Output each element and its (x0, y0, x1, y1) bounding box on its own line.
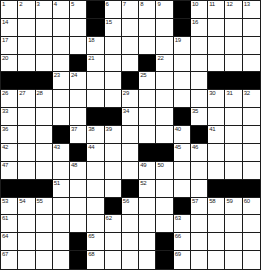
cell-2-1[interactable] (18, 37, 35, 55)
black-cell-11-10 (174, 198, 191, 216)
clue-number-44: 44 (88, 144, 94, 151)
clue-number-67: 67 (2, 251, 8, 258)
cell-7-2[interactable] (36, 126, 53, 144)
cell-12-11[interactable] (191, 215, 208, 233)
black-cell-6-10 (174, 108, 191, 126)
cell-11-1[interactable]: 54 (18, 198, 35, 216)
cell-11-12[interactable]: 58 (208, 198, 225, 216)
cell-14-12[interactable] (208, 251, 225, 269)
cell-6-14[interactable] (243, 108, 260, 126)
cell-6-7[interactable]: 34 (122, 108, 139, 126)
clue-number-3: 3 (37, 1, 40, 8)
clue-number-56: 56 (123, 198, 129, 205)
cell-4-3[interactable]: 23 (53, 72, 70, 90)
cell-11-2[interactable]: 55 (36, 198, 53, 216)
clue-number-27: 27 (19, 90, 25, 97)
cell-5-9[interactable] (156, 90, 173, 108)
cell-9-7[interactable] (122, 162, 139, 180)
clue-number-53: 53 (2, 198, 8, 205)
cell-0-1[interactable]: 2 (18, 1, 35, 19)
cell-13-0[interactable]: 64 (1, 233, 18, 251)
black-cell-13-9 (156, 233, 173, 251)
clue-number-30: 30 (209, 90, 215, 97)
cell-0-6[interactable]: 6 (105, 1, 122, 19)
cell-8-5[interactable]: 44 (87, 144, 104, 162)
clue-number-34: 34 (123, 108, 129, 115)
cell-1-13[interactable] (225, 19, 242, 37)
black-cell-14-4 (70, 251, 87, 269)
black-cell-10-1 (18, 180, 35, 198)
cell-12-5[interactable] (87, 215, 104, 233)
clue-number-40: 40 (175, 126, 181, 133)
clue-number-2: 2 (19, 1, 22, 8)
cell-10-4[interactable] (70, 180, 87, 198)
cell-4-4[interactable]: 24 (70, 72, 87, 90)
clue-number-20: 20 (2, 55, 8, 62)
cell-5-7[interactable]: 29 (122, 90, 139, 108)
black-cell-14-9 (156, 251, 173, 269)
clue-number-54: 54 (19, 198, 25, 205)
black-cell-4-14 (243, 72, 260, 90)
clue-number-28: 28 (37, 90, 43, 97)
cell-8-11[interactable]: 46 (191, 144, 208, 162)
black-cell-7-11 (191, 126, 208, 144)
black-cell-10-0 (1, 180, 18, 198)
cell-14-13[interactable] (225, 251, 242, 269)
cell-14-7[interactable] (122, 251, 139, 269)
cell-13-10[interactable]: 66 (174, 233, 191, 251)
cell-5-2[interactable]: 28 (36, 90, 53, 108)
cell-11-11[interactable]: 57 (191, 198, 208, 216)
clue-number-49: 49 (140, 162, 146, 169)
black-cell-4-1 (18, 72, 35, 90)
cell-12-7[interactable] (122, 215, 139, 233)
cell-5-13[interactable]: 31 (225, 90, 242, 108)
cell-5-12[interactable]: 30 (208, 90, 225, 108)
cell-12-10[interactable]: 63 (174, 215, 191, 233)
clue-number-55: 55 (37, 198, 43, 205)
black-cell-3-4 (70, 55, 87, 73)
cell-11-13[interactable]: 59 (225, 198, 242, 216)
cell-8-13[interactable] (225, 144, 242, 162)
cell-13-12[interactable] (208, 233, 225, 251)
clue-number-45: 45 (175, 144, 181, 151)
cell-3-2[interactable] (36, 55, 53, 73)
cell-0-0[interactable]: 1 (1, 1, 18, 19)
black-cell-10-14 (243, 180, 260, 198)
cell-1-11[interactable]: 16 (191, 19, 208, 37)
cell-12-0[interactable]: 61 (1, 215, 18, 233)
clue-number-68: 68 (88, 251, 94, 258)
cell-5-3[interactable] (53, 90, 70, 108)
cell-3-9[interactable]: 22 (156, 55, 173, 73)
cell-9-5[interactable] (87, 162, 104, 180)
cell-12-14[interactable] (243, 215, 260, 233)
cell-13-7[interactable] (122, 233, 139, 251)
cell-7-12[interactable]: 41 (208, 126, 225, 144)
cell-1-0[interactable]: 14 (1, 19, 18, 37)
cell-9-10[interactable] (174, 162, 191, 180)
cell-7-1[interactable] (18, 126, 35, 144)
cell-3-10[interactable] (174, 55, 191, 73)
clue-number-19: 19 (175, 37, 181, 44)
black-cell-10-13 (225, 180, 242, 198)
clue-number-39: 39 (106, 126, 112, 133)
crossword-grid: 1234567891011121314151617181920212223242… (0, 0, 261, 270)
cell-8-10[interactable]: 45 (174, 144, 191, 162)
cell-6-8[interactable] (139, 108, 156, 126)
clue-number-17: 17 (2, 37, 8, 44)
clue-number-14: 14 (2, 19, 8, 26)
clue-number-50: 50 (157, 162, 163, 169)
black-cell-4-12 (208, 72, 225, 90)
cell-7-8[interactable] (139, 126, 156, 144)
cell-0-11[interactable]: 10 (191, 1, 208, 19)
cell-1-6[interactable]: 15 (105, 19, 122, 37)
cell-9-8[interactable]: 49 (139, 162, 156, 180)
cell-8-0[interactable]: 42 (1, 144, 18, 162)
clue-number-52: 52 (140, 180, 146, 187)
cell-9-2[interactable] (36, 162, 53, 180)
cell-9-1[interactable] (18, 162, 35, 180)
black-cell-4-0 (1, 72, 18, 90)
cell-14-1[interactable] (18, 251, 35, 269)
cell-10-6[interactable] (105, 180, 122, 198)
clue-number-63: 63 (175, 215, 181, 222)
clue-number-23: 23 (54, 72, 60, 79)
cell-13-13[interactable] (225, 233, 242, 251)
cell-9-14[interactable] (243, 162, 260, 180)
cell-12-4[interactable] (70, 215, 87, 233)
cell-7-6[interactable]: 39 (105, 126, 122, 144)
clue-number-57: 57 (192, 198, 198, 205)
cell-2-0[interactable]: 17 (1, 37, 18, 55)
clue-number-59: 59 (226, 198, 232, 205)
cell-5-5[interactable] (87, 90, 104, 108)
cell-6-3[interactable] (53, 108, 70, 126)
cell-8-7[interactable] (122, 144, 139, 162)
clue-number-11: 11 (209, 1, 215, 8)
cell-7-9[interactable] (156, 126, 173, 144)
clue-number-65: 65 (88, 233, 94, 240)
cell-2-3[interactable] (53, 37, 70, 55)
black-cell-8-8 (139, 144, 156, 162)
cell-12-1[interactable] (18, 215, 35, 233)
cell-6-11[interactable]: 35 (191, 108, 208, 126)
cell-7-14[interactable] (243, 126, 260, 144)
cell-3-6[interactable] (105, 55, 122, 73)
clue-number-4: 4 (54, 1, 57, 8)
cell-6-4[interactable] (70, 108, 87, 126)
cell-2-10[interactable]: 19 (174, 37, 191, 55)
cell-0-3[interactable]: 4 (53, 1, 70, 19)
cell-0-7[interactable]: 7 (122, 1, 139, 19)
cell-4-9[interactable] (156, 72, 173, 90)
cell-9-4[interactable]: 48 (70, 162, 87, 180)
clue-number-13: 13 (244, 1, 250, 8)
cell-11-4[interactable] (70, 198, 87, 216)
cell-11-14[interactable]: 60 (243, 198, 260, 216)
clue-number-48: 48 (71, 162, 77, 169)
black-cell-4-13 (225, 72, 242, 90)
cell-2-2[interactable] (36, 37, 53, 55)
cell-5-14[interactable]: 32 (243, 90, 260, 108)
clue-number-15: 15 (106, 19, 112, 26)
clue-number-42: 42 (2, 144, 8, 151)
cell-3-0[interactable]: 20 (1, 55, 18, 73)
cell-14-2[interactable] (36, 251, 53, 269)
cell-5-4[interactable] (70, 90, 87, 108)
cell-12-3[interactable] (53, 215, 70, 233)
black-cell-3-8 (139, 55, 156, 73)
cell-12-12[interactable] (208, 215, 225, 233)
black-cell-6-6 (105, 108, 122, 126)
cell-6-13[interactable] (225, 108, 242, 126)
black-cell-10-7 (122, 180, 139, 198)
cell-14-10[interactable]: 69 (174, 251, 191, 269)
black-cell-10-2 (36, 180, 53, 198)
cell-3-5[interactable]: 21 (87, 55, 104, 73)
black-cell-4-7 (122, 72, 139, 90)
clue-number-22: 22 (157, 55, 163, 62)
clue-number-6: 6 (106, 1, 109, 8)
cell-14-3[interactable] (53, 251, 70, 269)
cell-5-11[interactable] (191, 90, 208, 108)
black-cell-11-6 (105, 198, 122, 216)
cell-0-9[interactable]: 9 (156, 1, 173, 19)
cell-7-5[interactable]: 38 (87, 126, 104, 144)
cell-14-6[interactable] (105, 251, 122, 269)
cell-3-14[interactable] (243, 55, 260, 73)
cell-13-2[interactable] (36, 233, 53, 251)
cell-3-7[interactable] (122, 55, 139, 73)
clue-number-62: 62 (106, 215, 112, 222)
clue-number-41: 41 (209, 126, 215, 133)
clue-number-12: 12 (226, 1, 232, 8)
cell-7-7[interactable] (122, 126, 139, 144)
cell-5-0[interactable]: 26 (1, 90, 18, 108)
clue-number-24: 24 (71, 72, 77, 79)
cell-5-10[interactable] (174, 90, 191, 108)
cell-12-6[interactable]: 62 (105, 215, 122, 233)
cell-9-11[interactable] (191, 162, 208, 180)
cell-3-1[interactable] (18, 55, 35, 73)
black-cell-13-4 (70, 233, 87, 251)
black-cell-1-10 (174, 19, 191, 37)
clue-number-60: 60 (244, 198, 250, 205)
clue-number-37: 37 (71, 126, 77, 133)
cell-0-14[interactable]: 13 (243, 1, 260, 19)
cell-1-12[interactable] (208, 19, 225, 37)
cell-14-11[interactable] (191, 251, 208, 269)
cell-14-5[interactable]: 68 (87, 251, 104, 269)
cell-13-11[interactable] (191, 233, 208, 251)
cell-11-5[interactable] (87, 198, 104, 216)
cell-3-3[interactable] (53, 55, 70, 73)
cell-11-8[interactable] (139, 198, 156, 216)
clue-number-21: 21 (88, 55, 94, 62)
cell-3-13[interactable] (225, 55, 242, 73)
cell-10-3[interactable]: 51 (53, 180, 70, 198)
black-cell-4-2 (36, 72, 53, 90)
clue-number-8: 8 (140, 1, 143, 8)
clue-number-69: 69 (175, 251, 181, 258)
cell-4-10[interactable] (174, 72, 191, 90)
cell-5-6[interactable] (105, 90, 122, 108)
clue-number-64: 64 (2, 233, 8, 240)
cell-4-8[interactable]: 25 (139, 72, 156, 90)
cell-0-13[interactable]: 12 (225, 1, 242, 19)
cell-3-12[interactable] (208, 55, 225, 73)
cell-2-8[interactable] (139, 37, 156, 55)
cell-1-3[interactable] (53, 19, 70, 37)
cell-10-11[interactable] (191, 180, 208, 198)
cell-13-8[interactable] (139, 233, 156, 251)
cell-5-1[interactable]: 27 (18, 90, 35, 108)
cell-7-4[interactable]: 37 (70, 126, 87, 144)
black-cell-1-5 (87, 19, 104, 37)
cell-12-9[interactable] (156, 215, 173, 233)
cell-1-7[interactable] (122, 19, 139, 37)
clue-number-36: 36 (2, 126, 8, 133)
cell-8-14[interactable] (243, 144, 260, 162)
cell-2-12[interactable] (208, 37, 225, 55)
cell-12-2[interactable] (36, 215, 53, 233)
cell-11-7[interactable]: 56 (122, 198, 139, 216)
cell-8-3[interactable]: 43 (53, 144, 70, 162)
cell-11-0[interactable]: 53 (1, 198, 18, 216)
cell-6-9[interactable] (156, 108, 173, 126)
clue-number-31: 31 (226, 90, 232, 97)
cell-11-9[interactable] (156, 198, 173, 216)
cell-4-11[interactable] (191, 72, 208, 90)
cell-0-8[interactable]: 8 (139, 1, 156, 19)
cell-14-14[interactable] (243, 251, 260, 269)
cell-4-5[interactable] (87, 72, 104, 90)
cell-13-3[interactable] (53, 233, 70, 251)
cell-9-6[interactable] (105, 162, 122, 180)
cell-6-0[interactable]: 33 (1, 108, 18, 126)
black-cell-8-9 (156, 144, 173, 162)
cell-11-3[interactable] (53, 198, 70, 216)
clue-number-25: 25 (140, 72, 146, 79)
cell-13-1[interactable] (18, 233, 35, 251)
clue-number-58: 58 (209, 198, 215, 205)
cell-1-2[interactable] (36, 19, 53, 37)
black-cell-10-12 (208, 180, 225, 198)
clue-number-61: 61 (2, 215, 8, 222)
cell-3-11[interactable] (191, 55, 208, 73)
clue-number-26: 26 (2, 90, 8, 97)
cell-4-6[interactable] (105, 72, 122, 90)
cell-0-4[interactable]: 5 (70, 1, 87, 19)
clue-number-66: 66 (175, 233, 181, 240)
cell-1-4[interactable] (70, 19, 87, 37)
cell-1-9[interactable] (156, 19, 173, 37)
cell-2-7[interactable] (122, 37, 139, 55)
clue-number-51: 51 (54, 180, 60, 187)
cell-2-11[interactable] (191, 37, 208, 55)
cell-2-6[interactable] (105, 37, 122, 55)
cell-0-2[interactable]: 3 (36, 1, 53, 19)
cell-10-9[interactable] (156, 180, 173, 198)
clue-number-43: 43 (54, 144, 60, 151)
cell-1-8[interactable] (139, 19, 156, 37)
cell-14-0[interactable]: 67 (1, 251, 18, 269)
cell-10-10[interactable] (174, 180, 191, 198)
cell-8-12[interactable] (208, 144, 225, 162)
cell-2-13[interactable] (225, 37, 242, 55)
cell-1-1[interactable] (18, 19, 35, 37)
cell-13-6[interactable] (105, 233, 122, 251)
cell-2-5[interactable]: 18 (87, 37, 104, 55)
cell-1-14[interactable] (243, 19, 260, 37)
cell-6-2[interactable] (36, 108, 53, 126)
clue-number-32: 32 (244, 90, 250, 97)
cell-8-6[interactable] (105, 144, 122, 162)
cell-0-12[interactable]: 11 (208, 1, 225, 19)
cell-9-12[interactable] (208, 162, 225, 180)
clue-number-10: 10 (192, 1, 198, 8)
cell-9-3[interactable] (53, 162, 70, 180)
clue-number-29: 29 (123, 90, 129, 97)
cell-2-14[interactable] (243, 37, 260, 55)
clue-number-7: 7 (123, 1, 126, 8)
black-cell-0-5 (87, 1, 104, 19)
cell-12-8[interactable] (139, 215, 156, 233)
clue-number-5: 5 (71, 1, 74, 8)
black-cell-8-4 (70, 144, 87, 162)
cell-7-0[interactable]: 36 (1, 126, 18, 144)
cell-9-0[interactable]: 47 (1, 162, 18, 180)
cell-2-9[interactable] (156, 37, 173, 55)
cell-10-5[interactable] (87, 180, 104, 198)
clue-number-33: 33 (2, 108, 8, 115)
cell-13-14[interactable] (243, 233, 260, 251)
cell-2-4[interactable] (70, 37, 87, 55)
cell-5-8[interactable] (139, 90, 156, 108)
cell-7-10[interactable]: 40 (174, 126, 191, 144)
cell-9-13[interactable] (225, 162, 242, 180)
clue-number-38: 38 (88, 126, 94, 133)
cell-7-13[interactable] (225, 126, 242, 144)
clue-number-47: 47 (2, 162, 8, 169)
clue-number-18: 18 (88, 37, 94, 44)
cell-9-9[interactable]: 50 (156, 162, 173, 180)
cell-12-13[interactable] (225, 215, 242, 233)
black-cell-0-10 (174, 1, 191, 19)
black-cell-6-5 (87, 108, 104, 126)
cell-10-8[interactable]: 52 (139, 180, 156, 198)
clue-number-46: 46 (192, 144, 198, 151)
cell-6-12[interactable] (208, 108, 225, 126)
clue-number-35: 35 (192, 108, 198, 115)
cell-6-1[interactable] (18, 108, 35, 126)
cell-8-2[interactable] (36, 144, 53, 162)
cell-14-8[interactable] (139, 251, 156, 269)
cell-13-5[interactable]: 65 (87, 233, 104, 251)
black-cell-7-3 (53, 126, 70, 144)
clue-number-16: 16 (192, 19, 198, 26)
clue-number-9: 9 (157, 1, 160, 8)
cell-8-1[interactable] (18, 144, 35, 162)
clue-number-1: 1 (2, 1, 5, 8)
